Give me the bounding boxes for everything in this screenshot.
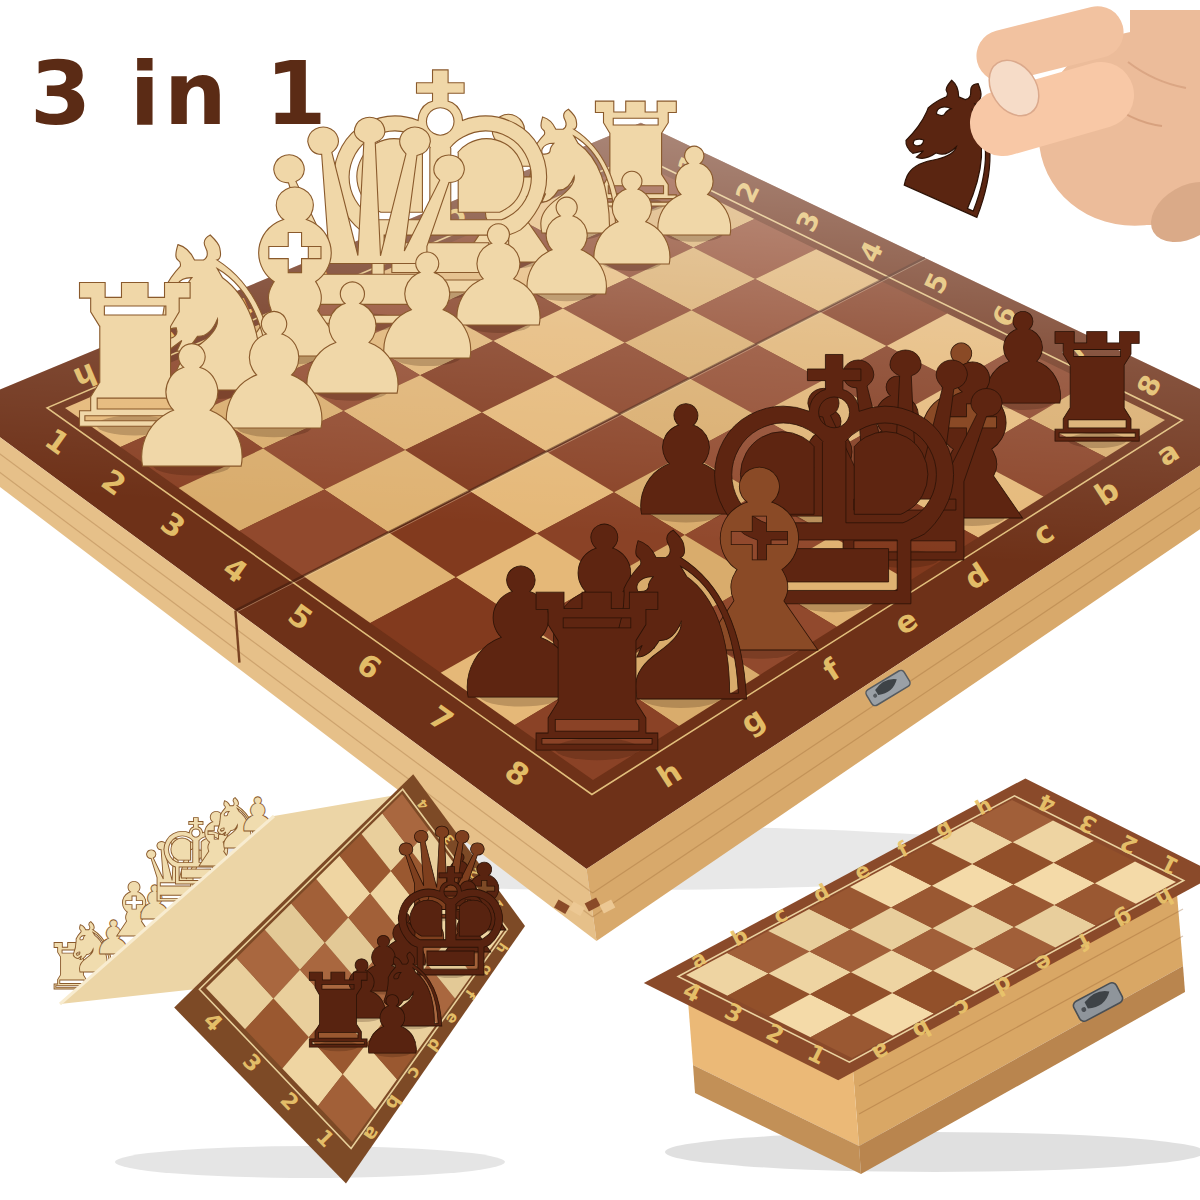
product-photo: 3 in 1 1234567812345678abcdefghabcdefgh♜…: [0, 0, 1200, 1200]
hand: ♞: [848, 0, 1200, 265]
box-shadow: [665, 1132, 1200, 1172]
open-board-shadow: [115, 1146, 505, 1178]
piece-black-rook[interactable]: ♜: [500, 549, 694, 801]
piece-white-pawn[interactable]: ♟: [117, 310, 267, 506]
chess-set-scene: 1234567812345678abcdefghabcdefgh♜♞♟♝♟♚♟♛…: [0, 0, 1200, 1200]
piece-black-pawn[interactable]: ♟: [357, 979, 429, 1072]
